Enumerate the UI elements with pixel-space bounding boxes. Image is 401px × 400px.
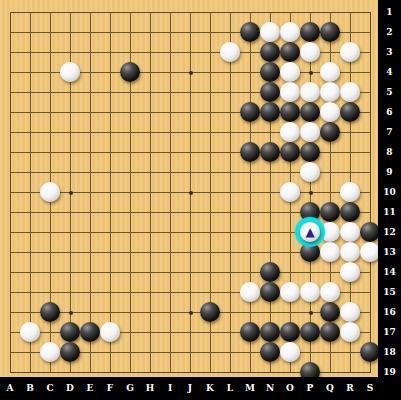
col-label-F: F	[100, 384, 120, 393]
star-point	[189, 71, 193, 75]
stone-white-R14[interactable]	[340, 262, 360, 282]
star-point	[309, 191, 313, 195]
stone-black-N5[interactable]	[260, 82, 280, 102]
stone-white-C10[interactable]	[40, 182, 60, 202]
col-label-O: O	[280, 384, 300, 393]
stone-black-N14[interactable]	[260, 262, 280, 282]
stone-black-D17[interactable]	[60, 322, 80, 342]
stone-white-N2[interactable]	[260, 22, 280, 42]
col-label-B: B	[20, 384, 40, 393]
stone-black-G4[interactable]	[120, 62, 140, 82]
col-label-S: S	[360, 384, 380, 393]
col-label-N: N	[260, 384, 280, 393]
column-labels-strip: ABCDEFGHIJKLMNOPQRS	[0, 377, 378, 400]
stone-black-P8[interactable]	[300, 142, 320, 162]
stone-black-M6[interactable]	[240, 102, 260, 122]
stone-black-E17[interactable]	[80, 322, 100, 342]
stone-black-N4[interactable]	[260, 62, 280, 82]
row-labels-strip: 12345678910111213141516171819	[378, 0, 401, 400]
stone-black-O3[interactable]	[280, 42, 300, 62]
row-label-19: 19	[378, 368, 401, 377]
star-point	[309, 311, 313, 315]
stone-black-C16[interactable]	[40, 302, 60, 322]
stone-black-O8[interactable]	[280, 142, 300, 162]
stone-black-N18[interactable]	[260, 342, 280, 362]
col-label-K: K	[200, 384, 220, 393]
row-label-14: 14	[378, 268, 401, 277]
stone-white-F17[interactable]	[100, 322, 120, 342]
stone-white-P3[interactable]	[300, 42, 320, 62]
stone-black-M2[interactable]	[240, 22, 260, 42]
stone-black-O17[interactable]	[280, 322, 300, 342]
go-board[interactable]: ▲	[0, 0, 378, 377]
col-label-P: P	[300, 384, 320, 393]
stone-black-S18[interactable]	[360, 342, 380, 362]
stone-white-Q4[interactable]	[320, 62, 340, 82]
row-label-17: 17	[378, 328, 401, 337]
stone-white-O4[interactable]	[280, 62, 300, 82]
stone-black-P6[interactable]	[300, 102, 320, 122]
row-label-1: 1	[378, 8, 401, 17]
star-point	[69, 311, 73, 315]
row-label-16: 16	[378, 308, 401, 317]
stone-black-P2[interactable]	[300, 22, 320, 42]
col-label-M: M	[240, 384, 260, 393]
stone-black-P17[interactable]	[300, 322, 320, 342]
stone-black-N17[interactable]	[260, 322, 280, 342]
row-label-4: 4	[378, 68, 401, 77]
stone-black-M8[interactable]	[240, 142, 260, 162]
stone-white-O18[interactable]	[280, 342, 300, 362]
stone-white-P9[interactable]	[300, 162, 320, 182]
col-label-L: L	[220, 384, 240, 393]
star-point	[69, 191, 73, 195]
stone-white-Q6[interactable]	[320, 102, 340, 122]
stone-white-S13[interactable]	[360, 242, 380, 262]
col-label-A: A	[0, 384, 20, 393]
stone-black-O6[interactable]	[280, 102, 300, 122]
row-label-9: 9	[378, 168, 401, 177]
stone-white-O15[interactable]	[280, 282, 300, 302]
row-label-11: 11	[378, 208, 401, 217]
stone-black-D18[interactable]	[60, 342, 80, 362]
stone-black-R6[interactable]	[340, 102, 360, 122]
stone-white-R5[interactable]	[340, 82, 360, 102]
row-label-2: 2	[378, 28, 401, 37]
row-label-7: 7	[378, 128, 401, 137]
col-label-I: I	[160, 384, 180, 393]
row-label-8: 8	[378, 148, 401, 157]
stone-white-P5[interactable]	[300, 82, 320, 102]
stone-white-R3[interactable]	[340, 42, 360, 62]
col-label-J: J	[180, 384, 200, 393]
row-label-5: 5	[378, 88, 401, 97]
stone-black-Q2[interactable]	[320, 22, 340, 42]
stone-white-Q13[interactable]	[320, 242, 340, 262]
stone-white-O5[interactable]	[280, 82, 300, 102]
stone-white-P7[interactable]	[300, 122, 320, 142]
row-label-3: 3	[378, 48, 401, 57]
col-label-H: H	[140, 384, 160, 393]
stone-white-R13[interactable]	[340, 242, 360, 262]
col-label-D: D	[60, 384, 80, 393]
col-label-C: C	[40, 384, 60, 393]
stone-white-Q15[interactable]	[320, 282, 340, 302]
star-point	[189, 311, 193, 315]
col-label-E: E	[80, 384, 100, 393]
star-point	[309, 71, 313, 75]
stone-white-Q5[interactable]	[320, 82, 340, 102]
row-label-6: 6	[378, 108, 401, 117]
stone-white-M15[interactable]	[240, 282, 260, 302]
stone-black-Q11[interactable]	[320, 202, 340, 222]
stone-black-S12[interactable]	[360, 222, 380, 242]
stone-white-R12[interactable]	[340, 222, 360, 242]
stone-black-K16[interactable]	[200, 302, 220, 322]
col-label-R: R	[340, 384, 360, 393]
go-game-screenshot: ▲ 12345678910111213141516171819 ABCDEFGH…	[0, 0, 401, 400]
star-point	[189, 191, 193, 195]
stone-white-R10[interactable]	[340, 182, 360, 202]
row-label-10: 10	[378, 188, 401, 197]
stone-black-N15[interactable]	[260, 282, 280, 302]
stone-black-N6[interactable]	[260, 102, 280, 122]
stone-white-R16[interactable]	[340, 302, 360, 322]
row-label-18: 18	[378, 348, 401, 357]
stone-black-R11[interactable]	[340, 202, 360, 222]
stone-white-R17[interactable]	[340, 322, 360, 342]
row-label-12: 12	[378, 228, 401, 237]
stone-black-N8[interactable]	[260, 142, 280, 162]
stone-black-M17[interactable]	[240, 322, 260, 342]
stone-black-N3[interactable]	[260, 42, 280, 62]
stone-white-D4[interactable]	[60, 62, 80, 82]
stone-white-O7[interactable]	[280, 122, 300, 142]
stone-white-C18[interactable]	[40, 342, 60, 362]
row-label-13: 13	[378, 248, 401, 257]
col-label-G: G	[120, 384, 140, 393]
stone-white-P15[interactable]	[300, 282, 320, 302]
row-label-15: 15	[378, 288, 401, 297]
col-label-Q: Q	[320, 384, 340, 393]
stone-black-Q7[interactable]	[320, 122, 340, 142]
stone-white-L3[interactable]	[220, 42, 240, 62]
stone-white-O10[interactable]	[280, 182, 300, 202]
stone-black-Q17[interactable]	[320, 322, 340, 342]
stone-white-O2[interactable]	[280, 22, 300, 42]
stone-white-B17[interactable]	[20, 322, 40, 342]
stone-black-Q16[interactable]	[320, 302, 340, 322]
triangle-marker-icon: ▲	[300, 222, 320, 242]
